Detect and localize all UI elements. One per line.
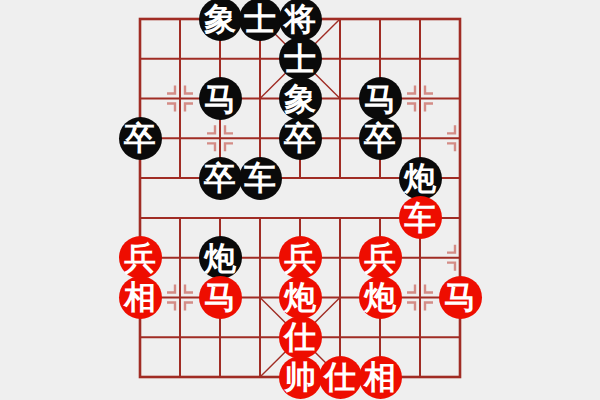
piece-black-cannon[interactable]: 炮 <box>199 236 242 279</box>
piece-black-cannon[interactable]: 炮 <box>399 157 442 200</box>
piece-black-horse[interactable]: 马 <box>359 77 402 120</box>
piece-black-elephant[interactable]: 象 <box>279 77 322 120</box>
piece-red-cannon[interactable]: 炮 <box>359 276 402 319</box>
piece-red-soldier[interactable]: 兵 <box>359 236 402 279</box>
piece-red-cannon[interactable]: 炮 <box>279 276 322 319</box>
piece-black-soldier[interactable]: 卒 <box>279 117 322 160</box>
piece-red-soldier[interactable]: 兵 <box>279 236 322 279</box>
piece-red-general[interactable]: 帅 <box>279 356 322 399</box>
piece-black-general[interactable]: 将 <box>279 0 322 41</box>
piece-red-horse[interactable]: 马 <box>439 276 482 319</box>
piece-black-horse[interactable]: 马 <box>199 77 242 120</box>
piece-layer: 象士将士马象马卒卒卒卒车炮车兵炮兵兵相马炮炮马仕帅仕相 <box>0 0 600 400</box>
piece-red-chariot[interactable]: 车 <box>399 196 442 239</box>
piece-black-elephant[interactable]: 象 <box>199 0 242 41</box>
piece-red-advisor[interactable]: 仕 <box>319 356 362 399</box>
piece-red-advisor[interactable]: 仕 <box>279 316 322 359</box>
xiangqi-board-screenshot: 象士将士马象马卒卒卒卒车炮车兵炮兵兵相马炮炮马仕帅仕相 <box>0 0 600 400</box>
piece-black-advisor[interactable]: 士 <box>279 37 322 80</box>
piece-black-soldier[interactable]: 卒 <box>199 157 242 200</box>
piece-red-soldier[interactable]: 兵 <box>119 236 162 279</box>
piece-black-soldier[interactable]: 卒 <box>359 117 402 160</box>
piece-red-elephant[interactable]: 相 <box>359 356 402 399</box>
piece-red-elephant[interactable]: 相 <box>119 276 162 319</box>
piece-black-chariot[interactable]: 车 <box>239 157 282 200</box>
piece-black-advisor[interactable]: 士 <box>239 0 282 41</box>
piece-black-soldier[interactable]: 卒 <box>119 117 162 160</box>
piece-red-horse[interactable]: 马 <box>199 276 242 319</box>
